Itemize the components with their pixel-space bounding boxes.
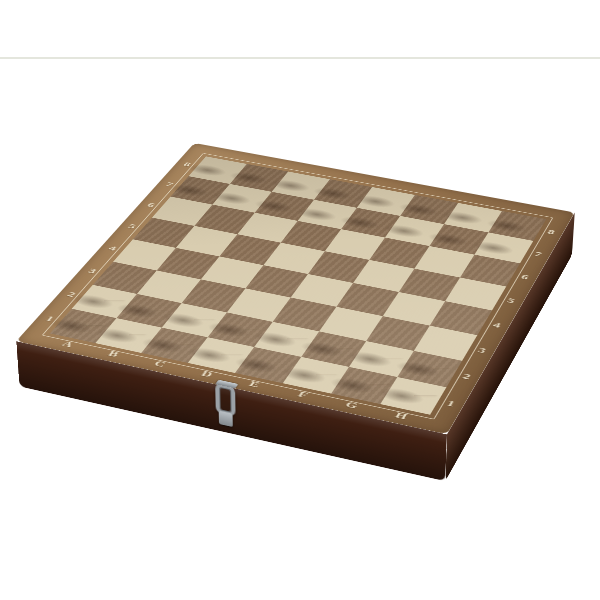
latch-plate (219, 411, 233, 427)
board-3d: ABCDEFGH1122334455667788 ♜♞♝♛♚♝♞♜♟♟♟♟♟♟♟… (16, 143, 575, 434)
background-seam-line (0, 57, 600, 59)
piece-glyph: ♜ (343, 297, 484, 410)
product-photo-scene: ABCDEFGH1122334455667788 ♜♞♝♛♚♝♞♜♟♟♟♟♟♟♟… (0, 0, 600, 600)
metal-latch-icon (213, 382, 238, 428)
piece-glyph: ♟ (440, 167, 567, 259)
